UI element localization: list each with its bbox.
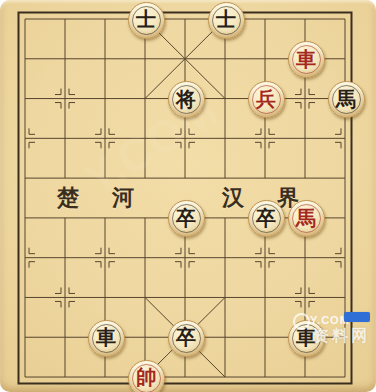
piece-black-chariot[interactable]: 車 (88, 320, 125, 357)
piece-glyph: 卒 (176, 327, 196, 347)
piece-black-soldier[interactable]: 卒 (168, 320, 205, 357)
piece-red-soldier[interactable]: 兵 (248, 81, 285, 118)
piece-black-soldier[interactable]: 卒 (168, 200, 205, 237)
piece-black-advisor[interactable]: 士 (128, 2, 165, 39)
piece-glyph: 車 (296, 327, 316, 347)
piece-glyph: 馬 (296, 208, 316, 228)
piece-glyph: 士 (216, 9, 236, 29)
piece-glyph: 兵 (256, 89, 276, 109)
piece-glyph: 将 (176, 89, 196, 109)
piece-glyph: 卒 (176, 208, 196, 228)
piece-glyph: 卒 (256, 208, 276, 228)
piece-black-chariot[interactable]: 車 (288, 320, 325, 357)
piece-black-soldier[interactable]: 卒 (248, 200, 285, 237)
xiangqi-board: 楚 河 汉 界 士士車将兵馬卒卒馬車卒車帥 Y.COM Y.COM 资料网 (0, 0, 376, 392)
piece-glyph: 馬 (336, 89, 356, 109)
piece-red-general[interactable]: 帥 (128, 360, 165, 392)
piece-glyph: 帥 (136, 367, 156, 387)
piece-black-advisor[interactable]: 士 (208, 2, 245, 39)
piece-glyph: 士 (136, 9, 156, 29)
piece-black-horse[interactable]: 馬 (328, 81, 365, 118)
piece-red-chariot[interactable]: 車 (288, 41, 325, 78)
piece-black-general[interactable]: 将 (168, 81, 205, 118)
piece-glyph: 車 (296, 49, 316, 69)
piece-glyph: 車 (96, 327, 116, 347)
piece-red-horse[interactable]: 馬 (288, 200, 325, 237)
pieces: 士士車将兵馬卒卒馬車卒車帥 (0, 0, 376, 392)
